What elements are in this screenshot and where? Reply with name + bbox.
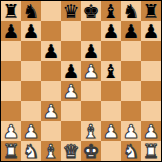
square-e7[interactable] [81, 21, 101, 41]
square-f4[interactable] [101, 81, 121, 101]
piece-white-pawn: ♟ [62, 81, 79, 101]
piece-white-pawn: ♟ [82, 61, 99, 81]
square-d8[interactable]: ♛ [61, 1, 81, 21]
square-c3[interactable]: ♟ [41, 101, 61, 121]
piece-black-pawn: ♟ [82, 41, 99, 61]
square-e3[interactable] [81, 101, 101, 121]
piece-black-pawn: ♟ [102, 21, 119, 41]
square-a3[interactable] [1, 101, 21, 121]
square-c5[interactable] [41, 61, 61, 81]
square-b1[interactable]: ♞ [21, 141, 41, 161]
square-c2[interactable] [41, 121, 61, 141]
square-h8[interactable]: ♜ [141, 1, 161, 21]
square-b3[interactable] [21, 101, 41, 121]
piece-black-pawn: ♟ [122, 21, 139, 41]
square-c8[interactable] [41, 1, 61, 21]
square-e6[interactable]: ♟ [81, 41, 101, 61]
square-a2[interactable]: ♟ [1, 121, 21, 141]
piece-white-rook: ♜ [142, 141, 159, 161]
piece-black-rook: ♜ [142, 1, 159, 21]
square-h5[interactable] [141, 61, 161, 81]
square-g3[interactable] [121, 101, 141, 121]
square-g2[interactable]: ♟ [121, 121, 141, 141]
square-e4[interactable] [81, 81, 101, 101]
piece-white-knight: ♞ [22, 141, 39, 161]
square-h3[interactable] [141, 101, 161, 121]
square-b6[interactable] [21, 41, 41, 61]
square-c1[interactable]: ♝ [41, 141, 61, 161]
piece-white-bishop: ♝ [42, 141, 59, 161]
piece-black-rook: ♜ [2, 1, 19, 21]
square-d7[interactable] [61, 21, 81, 41]
piece-white-king: ♚ [82, 141, 99, 161]
square-d1[interactable]: ♛ [61, 141, 81, 161]
square-d4[interactable]: ♟ [61, 81, 81, 101]
piece-white-queen: ♛ [62, 141, 79, 161]
square-a4[interactable] [1, 81, 21, 101]
square-e1[interactable]: ♚ [81, 141, 101, 161]
square-c6[interactable]: ♟ [41, 41, 61, 61]
square-f5[interactable]: ♝ [101, 61, 121, 81]
square-f7[interactable]: ♟ [101, 21, 121, 41]
piece-white-knight: ♞ [122, 141, 139, 161]
piece-black-king: ♚ [82, 1, 99, 21]
piece-black-bishop: ♝ [102, 61, 119, 81]
square-a1[interactable]: ♜ [1, 141, 21, 161]
square-d2[interactable] [61, 121, 81, 141]
square-f1[interactable] [101, 141, 121, 161]
square-a6[interactable] [1, 41, 21, 61]
piece-black-pawn: ♟ [42, 41, 59, 61]
square-b8[interactable]: ♞ [21, 1, 41, 21]
square-f3[interactable] [101, 101, 121, 121]
square-c4[interactable] [41, 81, 61, 101]
piece-white-pawn: ♟ [42, 101, 59, 121]
square-d3[interactable] [61, 101, 81, 121]
piece-black-pawn: ♟ [2, 21, 19, 41]
piece-white-pawn: ♟ [102, 121, 119, 141]
square-h6[interactable] [141, 41, 161, 61]
piece-black-pawn: ♟ [22, 21, 39, 41]
piece-black-knight: ♞ [122, 1, 139, 21]
square-a5[interactable] [1, 61, 21, 81]
piece-white-pawn: ♟ [22, 121, 39, 141]
square-h7[interactable]: ♟ [141, 21, 161, 41]
piece-white-bishop: ♝ [82, 121, 99, 141]
square-e2[interactable]: ♝ [81, 121, 101, 141]
chess-board-frame: ♜♞♛♚♝♞♜♟♟♟♟♟♟♟♟♟♝♟♟♟♟♝♟♟♟♜♞♝♛♚♞♜ [0, 0, 162, 162]
piece-white-pawn: ♟ [142, 121, 159, 141]
square-e8[interactable]: ♚ [81, 1, 101, 21]
piece-black-pawn: ♟ [142, 21, 159, 41]
square-b2[interactable]: ♟ [21, 121, 41, 141]
square-f2[interactable]: ♟ [101, 121, 121, 141]
square-g7[interactable]: ♟ [121, 21, 141, 41]
piece-white-pawn: ♟ [2, 121, 19, 141]
square-a7[interactable]: ♟ [1, 21, 21, 41]
piece-black-pawn: ♟ [62, 61, 79, 81]
square-b5[interactable] [21, 61, 41, 81]
square-a8[interactable]: ♜ [1, 1, 21, 21]
square-h4[interactable] [141, 81, 161, 101]
chess-board: ♜♞♛♚♝♞♜♟♟♟♟♟♟♟♟♟♝♟♟♟♟♝♟♟♟♜♞♝♛♚♞♜ [1, 1, 161, 161]
square-e5[interactable]: ♟ [81, 61, 101, 81]
square-b4[interactable] [21, 81, 41, 101]
square-b7[interactable]: ♟ [21, 21, 41, 41]
piece-white-rook: ♜ [2, 141, 19, 161]
square-f6[interactable] [101, 41, 121, 61]
square-d6[interactable] [61, 41, 81, 61]
square-f8[interactable]: ♝ [101, 1, 121, 21]
square-h1[interactable]: ♜ [141, 141, 161, 161]
square-g5[interactable] [121, 61, 141, 81]
piece-black-knight: ♞ [22, 1, 39, 21]
square-c7[interactable] [41, 21, 61, 41]
square-d5[interactable]: ♟ [61, 61, 81, 81]
piece-white-pawn: ♟ [122, 121, 139, 141]
square-g8[interactable]: ♞ [121, 1, 141, 21]
square-g4[interactable] [121, 81, 141, 101]
piece-black-queen: ♛ [62, 1, 79, 21]
piece-black-bishop: ♝ [102, 1, 119, 21]
square-g1[interactable]: ♞ [121, 141, 141, 161]
square-h2[interactable]: ♟ [141, 121, 161, 141]
square-g6[interactable] [121, 41, 141, 61]
